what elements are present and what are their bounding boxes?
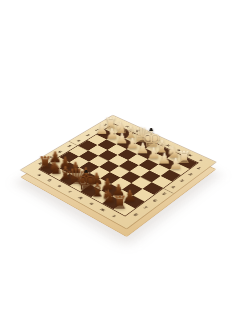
white-pawn: ♟ <box>169 157 183 172</box>
king-finial-icon <box>150 126 154 131</box>
coordinate-label: з <box>199 158 204 161</box>
coordinate-label: 5 <box>66 145 72 148</box>
coordinate-label: 8 <box>132 213 138 217</box>
coordinate-label: ж <box>99 207 107 212</box>
black-rook: ♜ <box>112 195 128 212</box>
coordinate-label: е <box>89 201 95 205</box>
king-finial-icon <box>84 168 88 173</box>
coordinate-label: д <box>78 195 85 199</box>
coordinate-label: 4 <box>170 185 176 189</box>
coordinate-label: б <box>47 178 53 182</box>
coordinate-label: 3 <box>85 134 91 137</box>
coordinate-label: а <box>37 173 43 177</box>
coordinate-label: 4 <box>76 139 82 142</box>
coordinate-label: в <box>57 184 63 188</box>
coordinate-label: з <box>112 214 118 218</box>
coordinate-label: 1 <box>196 167 202 171</box>
coordinate-label: г <box>68 190 74 193</box>
coordinate-label: 6 <box>151 199 157 203</box>
coordinate-label: 5 <box>161 192 167 196</box>
coordinate-label: 3 <box>179 179 185 183</box>
product-image[interactable]: ♜♞♝♛♚♝♞♜♟♟♟♟♟♟♟♟♟♟♟♟♟♟♟♟♜♞♝♛♚♝♞♜ ааббввг… <box>0 0 246 328</box>
coordinate-label: 2 <box>187 173 193 177</box>
board-face: ♜♞♝♛♚♝♞♜♟♟♟♟♟♟♟♟♟♟♟♟♟♟♟♟♜♞♝♛♚♝♞♜ ааббввг… <box>21 116 216 229</box>
coordinate-label: 7 <box>142 206 148 210</box>
chess-board: ♜♞♝♛♚♝♞♜♟♟♟♟♟♟♟♟♟♟♟♟♟♟♟♟♜♞♝♛♚♝♞♜ ааббввг… <box>21 116 216 229</box>
